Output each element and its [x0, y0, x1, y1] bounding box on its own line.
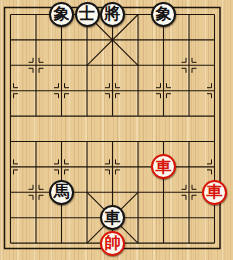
board-point-r5c8[interactable] — [202, 129, 228, 154]
board-point-r3c5[interactable] — [125, 78, 151, 103]
piece-red-general[interactable]: 帥 — [100, 231, 125, 256]
board-point-r1c1[interactable] — [23, 27, 49, 52]
xiangqi-board: 象士將象車馬車車帥 — [0, 0, 233, 260]
board-point-r4c1[interactable] — [23, 103, 49, 128]
board-point-r4c6[interactable] — [151, 103, 177, 128]
board-point-r1c0[interactable] — [0, 27, 23, 52]
piece-glyph: 車 — [105, 209, 121, 225]
piece-glyph: 士 — [79, 6, 95, 22]
board-point-r9c0[interactable] — [0, 230, 23, 255]
board-point-r7c5[interactable] — [125, 180, 151, 205]
board-point-r0c4[interactable]: 將 — [100, 2, 126, 27]
board-point-r7c3[interactable] — [74, 180, 100, 205]
board-point-r4c2[interactable] — [49, 103, 75, 128]
board-point-r4c5[interactable] — [125, 103, 151, 128]
board-point-r6c6[interactable]: 車 — [151, 154, 177, 179]
board-point-r7c0[interactable] — [0, 180, 23, 205]
board-point-r3c7[interactable] — [176, 78, 202, 103]
board-point-r6c1[interactable] — [23, 154, 49, 179]
piece-black-elephant[interactable]: 象 — [151, 2, 176, 27]
piece-red-chariot[interactable]: 車 — [202, 180, 227, 205]
board-point-r0c0[interactable] — [0, 2, 23, 27]
board-point-r9c5[interactable] — [125, 230, 151, 255]
board-point-r5c7[interactable] — [176, 129, 202, 154]
piece-black-chariot[interactable]: 車 — [100, 205, 125, 230]
piece-glyph: 象 — [54, 6, 70, 22]
board-point-r2c6[interactable] — [151, 53, 177, 78]
board-point-r2c5[interactable] — [125, 53, 151, 78]
board-point-r6c7[interactable] — [176, 154, 202, 179]
board-point-r1c4[interactable] — [100, 27, 126, 52]
board-point-r8c5[interactable] — [125, 205, 151, 230]
board-point-r8c2[interactable] — [49, 205, 75, 230]
board-point-r3c2[interactable] — [49, 78, 75, 103]
board-point-r5c0[interactable] — [0, 129, 23, 154]
board-point-r6c2[interactable] — [49, 154, 75, 179]
board-point-r6c8[interactable] — [202, 154, 228, 179]
piece-glyph: 將 — [105, 6, 121, 22]
piece-black-horse[interactable]: 馬 — [49, 180, 74, 205]
board-point-r2c2[interactable] — [49, 53, 75, 78]
board-point-r9c2[interactable] — [49, 230, 75, 255]
board-point-r0c6[interactable]: 象 — [151, 2, 177, 27]
board-point-r0c7[interactable] — [176, 2, 202, 27]
board-point-r9c3[interactable] — [74, 230, 100, 255]
piece-black-general[interactable]: 將 — [100, 2, 125, 27]
board-point-r4c3[interactable] — [74, 103, 100, 128]
board-point-r2c3[interactable] — [74, 53, 100, 78]
board-point-r9c7[interactable] — [176, 230, 202, 255]
board-point-r2c8[interactable] — [202, 53, 228, 78]
board-point-r1c6[interactable] — [151, 27, 177, 52]
board-point-r8c0[interactable] — [0, 205, 23, 230]
piece-black-elephant[interactable]: 象 — [49, 2, 74, 27]
board-point-r2c4[interactable] — [100, 53, 126, 78]
board-point-r6c3[interactable] — [74, 154, 100, 179]
piece-red-chariot[interactable]: 車 — [151, 154, 176, 179]
board-point-r3c0[interactable] — [0, 78, 23, 103]
board-point-r8c7[interactable] — [176, 205, 202, 230]
board-point-r3c6[interactable] — [151, 78, 177, 103]
board-point-r1c3[interactable] — [74, 27, 100, 52]
board-point-r7c8[interactable]: 車 — [202, 180, 228, 205]
board-point-r3c1[interactable] — [23, 78, 49, 103]
piece-glyph: 帥 — [105, 235, 121, 251]
board-point-r2c7[interactable] — [176, 53, 202, 78]
board-point-r4c8[interactable] — [202, 103, 228, 128]
board-point-r6c4[interactable] — [100, 154, 126, 179]
board-point-r6c0[interactable] — [0, 154, 23, 179]
board-point-r8c3[interactable] — [74, 205, 100, 230]
board-point-r5c6[interactable] — [151, 129, 177, 154]
board-point-r5c5[interactable] — [125, 129, 151, 154]
board-point-r4c4[interactable] — [100, 103, 126, 128]
board-point-r0c1[interactable] — [23, 2, 49, 27]
board-point-r3c3[interactable] — [74, 78, 100, 103]
board-point-r5c1[interactable] — [23, 129, 49, 154]
board-point-r3c8[interactable] — [202, 78, 228, 103]
board-point-r5c4[interactable] — [100, 129, 126, 154]
board-point-r9c1[interactable] — [23, 230, 49, 255]
piece-glyph: 車 — [207, 184, 223, 200]
board-point-r9c6[interactable] — [151, 230, 177, 255]
board-point-r7c6[interactable] — [151, 180, 177, 205]
board-point-r9c8[interactable] — [202, 230, 228, 255]
board-point-r2c1[interactable] — [23, 53, 49, 78]
board-point-r1c5[interactable] — [125, 27, 151, 52]
piece-black-advisor[interactable]: 士 — [75, 2, 100, 27]
board-point-r4c7[interactable] — [176, 103, 202, 128]
board-point-r1c7[interactable] — [176, 27, 202, 52]
piece-glyph: 馬 — [54, 184, 70, 200]
board-point-r6c5[interactable] — [125, 154, 151, 179]
board-point-r7c2[interactable]: 馬 — [49, 180, 75, 205]
board-point-r7c4[interactable] — [100, 180, 126, 205]
board-point-r8c8[interactable] — [202, 205, 228, 230]
board-point-r8c4[interactable]: 車 — [100, 205, 126, 230]
board-point-r5c3[interactable] — [74, 129, 100, 154]
board-point-r0c8[interactable] — [202, 2, 228, 27]
piece-glyph: 象 — [156, 6, 172, 22]
board-point-r5c2[interactable] — [49, 129, 75, 154]
board-point-r0c2[interactable]: 象 — [49, 2, 75, 27]
board-point-r1c2[interactable] — [49, 27, 75, 52]
piece-glyph: 車 — [156, 158, 172, 174]
board-point-r2c0[interactable] — [0, 53, 23, 78]
board-point-r9c4[interactable]: 帥 — [100, 230, 126, 255]
board-point-r8c6[interactable] — [151, 205, 177, 230]
board-point-r8c1[interactable] — [23, 205, 49, 230]
board-point-r7c1[interactable] — [23, 180, 49, 205]
board-point-r0c5[interactable] — [125, 2, 151, 27]
board-point-r3c4[interactable] — [100, 78, 126, 103]
board-point-r1c8[interactable] — [202, 27, 228, 52]
pieces-layer: 象士將象車馬車車帥 — [0, 2, 227, 256]
board-point-r0c3[interactable]: 士 — [74, 2, 100, 27]
board-point-r7c7[interactable] — [176, 180, 202, 205]
board-point-r4c0[interactable] — [0, 103, 23, 128]
